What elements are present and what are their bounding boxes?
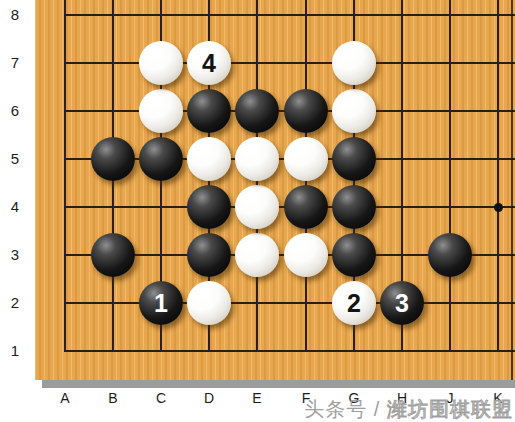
row-label-5: 5 — [0, 150, 30, 168]
move-number-label-1: 1 — [154, 291, 168, 316]
black-stone-B5 — [91, 137, 135, 181]
white-stone-E4 — [235, 185, 279, 229]
black-stone-F6 — [284, 89, 328, 133]
row-label-7: 7 — [0, 54, 30, 72]
grid-line-v-A — [64, 0, 66, 352]
white-stone-E3 — [235, 233, 279, 277]
watermark: 头条号 / 潍坊围棋联盟 — [304, 396, 513, 422]
grid-line-v-K — [497, 0, 499, 352]
column-label-C: C — [149, 390, 173, 407]
white-stone-D2 — [187, 281, 231, 325]
black-stone-G3 — [332, 233, 376, 277]
black-stone-E6 — [235, 89, 279, 133]
black-stone-G5 — [332, 137, 376, 181]
black-stone-D3 — [187, 233, 231, 277]
row-label-6: 6 — [0, 102, 30, 120]
row-label-8: 8 — [0, 6, 30, 24]
board-bottom-shadow — [42, 380, 515, 388]
move-number-label-3: 3 — [395, 291, 409, 316]
white-stone-D5 — [187, 137, 231, 181]
white-stone-F5 — [284, 137, 328, 181]
white-stone-F3 — [284, 233, 328, 277]
black-stone-C2: 1 — [139, 281, 183, 325]
black-stone-H2: 3 — [380, 281, 424, 325]
grid-line-h-1 — [64, 350, 515, 352]
grid-line-v-J — [449, 0, 451, 352]
move-number-label-4: 4 — [202, 51, 216, 76]
white-stone-C6 — [139, 89, 183, 133]
white-stone-C7 — [139, 41, 183, 85]
board-right-cut-edge — [511, 0, 513, 380]
star-point-K4 — [494, 203, 503, 212]
row-label-2: 2 — [0, 294, 30, 312]
row-label-3: 3 — [0, 246, 30, 264]
black-stone-G4 — [332, 185, 376, 229]
column-label-B: B — [101, 390, 125, 407]
white-stone-E5 — [235, 137, 279, 181]
row-label-4: 4 — [0, 198, 30, 216]
go-board-surface — [35, 0, 515, 380]
white-stone-G2: 2 — [332, 281, 376, 325]
watermark-outline-text: 潍坊围棋联盟 — [387, 398, 513, 420]
black-stone-F4 — [284, 185, 328, 229]
black-stone-J3 — [428, 233, 472, 277]
column-label-D: D — [197, 390, 221, 407]
row-label-1: 1 — [0, 342, 30, 360]
black-stone-D4 — [187, 185, 231, 229]
grid-line-h-2 — [64, 302, 515, 304]
grid-line-h-8 — [64, 14, 515, 16]
white-stone-D7: 4 — [187, 41, 231, 85]
move-number-label-2: 2 — [347, 291, 361, 316]
black-stone-C5 — [139, 137, 183, 181]
watermark-solid-text: 头条号 / — [304, 398, 380, 420]
grid-line-h-7 — [64, 62, 515, 64]
white-stone-G6 — [332, 89, 376, 133]
white-stone-G7 — [332, 41, 376, 85]
go-diagram: 1342 87654321 ABCDEFGHJK 头条号 / 潍坊围棋联盟 — [0, 0, 515, 422]
black-stone-D6 — [187, 89, 231, 133]
black-stone-B3 — [91, 233, 135, 277]
column-label-E: E — [245, 390, 269, 407]
column-label-A: A — [53, 390, 77, 407]
